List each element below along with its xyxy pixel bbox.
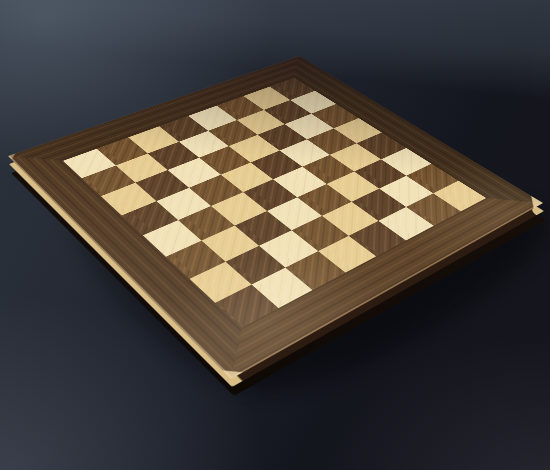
photo-scene [0, 0, 550, 470]
